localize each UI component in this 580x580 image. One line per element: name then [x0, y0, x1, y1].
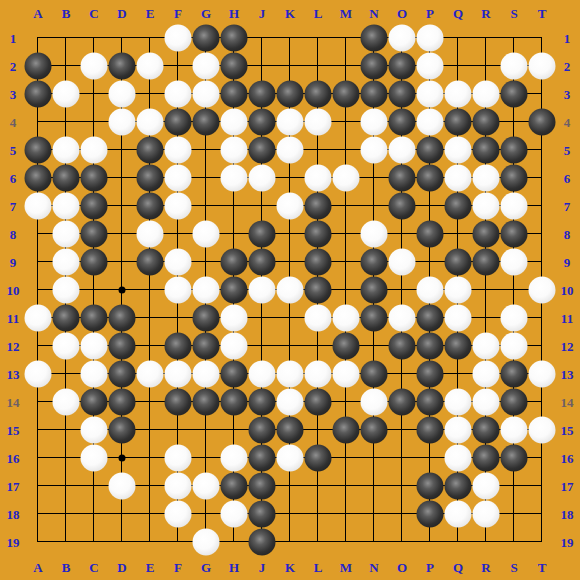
white-stone-E13: ○ — [137, 361, 164, 388]
black-stone-S3: ● — [501, 81, 528, 108]
black-stone-Q17: ● — [445, 473, 472, 500]
white-stone-F1: ○ — [165, 25, 192, 52]
white-stone-F9: ○ — [165, 249, 192, 276]
row-label-left-1: 1 — [10, 32, 17, 45]
black-stone-J16: ● — [249, 445, 276, 472]
white-stone-F16: ○ — [165, 445, 192, 472]
black-stone-E5: ● — [137, 137, 164, 164]
black-stone-D13: ● — [109, 361, 136, 388]
col-label-bottom-T: T — [538, 561, 547, 574]
col-label-top-K: K — [285, 7, 295, 20]
black-stone-S5: ● — [501, 137, 528, 164]
white-stone-B8: ○ — [53, 221, 80, 248]
black-stone-P5: ● — [417, 137, 444, 164]
white-stone-D4: ○ — [109, 109, 136, 136]
black-stone-N1: ● — [361, 25, 388, 52]
black-stone-B11: ● — [53, 305, 80, 332]
black-stone-J8: ● — [249, 221, 276, 248]
black-stone-D12: ● — [109, 333, 136, 360]
black-stone-N13: ● — [361, 361, 388, 388]
col-label-bottom-R: R — [481, 561, 490, 574]
black-stone-L7: ● — [305, 193, 332, 220]
col-label-top-Q: Q — [453, 7, 463, 20]
col-label-top-M: M — [340, 7, 352, 20]
white-stone-Q10: ○ — [445, 277, 472, 304]
black-stone-J19: ● — [249, 529, 276, 556]
black-stone-H9: ● — [221, 249, 248, 276]
black-stone-D15: ● — [109, 417, 136, 444]
white-stone-O1: ○ — [389, 25, 416, 52]
col-label-bottom-S: S — [510, 561, 517, 574]
white-stone-B12: ○ — [53, 333, 80, 360]
black-stone-H10: ● — [221, 277, 248, 304]
white-stone-F10: ○ — [165, 277, 192, 304]
white-stone-R18: ○ — [473, 501, 500, 528]
white-stone-C16: ○ — [81, 445, 108, 472]
black-stone-A3: ● — [25, 81, 52, 108]
white-stone-C2: ○ — [81, 53, 108, 80]
row-label-left-14: 14 — [7, 396, 20, 409]
black-stone-C9: ● — [81, 249, 108, 276]
black-stone-P8: ● — [417, 221, 444, 248]
black-stone-N15: ● — [361, 417, 388, 444]
black-stone-C14: ● — [81, 389, 108, 416]
white-stone-Q16: ○ — [445, 445, 472, 472]
row-label-left-3: 3 — [10, 88, 17, 101]
col-label-bottom-F: F — [174, 561, 182, 574]
white-stone-Q14: ○ — [445, 389, 472, 416]
row-label-left-4: 4 — [10, 116, 17, 129]
black-stone-F12: ● — [165, 333, 192, 360]
white-stone-K16: ○ — [277, 445, 304, 472]
white-stone-G19: ○ — [193, 529, 220, 556]
white-stone-J10: ○ — [249, 277, 276, 304]
row-label-right-6: 6 — [564, 172, 571, 185]
col-label-top-R: R — [481, 7, 490, 20]
black-stone-H13: ● — [221, 361, 248, 388]
white-stone-G13: ○ — [193, 361, 220, 388]
white-stone-G8: ○ — [193, 221, 220, 248]
black-stone-J18: ● — [249, 501, 276, 528]
black-stone-Q7: ● — [445, 193, 472, 220]
white-stone-S12: ○ — [501, 333, 528, 360]
col-label-top-N: N — [369, 7, 378, 20]
white-stone-K14: ○ — [277, 389, 304, 416]
col-label-bottom-O: O — [397, 561, 407, 574]
black-stone-G1: ● — [193, 25, 220, 52]
white-stone-H18: ○ — [221, 501, 248, 528]
row-label-left-12: 12 — [7, 340, 20, 353]
black-stone-S13: ● — [501, 361, 528, 388]
col-label-bottom-H: H — [229, 561, 239, 574]
col-label-bottom-E: E — [146, 561, 155, 574]
black-stone-L14: ● — [305, 389, 332, 416]
white-stone-A13: ○ — [25, 361, 52, 388]
white-stone-D17: ○ — [109, 473, 136, 500]
col-label-top-E: E — [146, 7, 155, 20]
white-stone-Q15: ○ — [445, 417, 472, 444]
white-stone-B9: ○ — [53, 249, 80, 276]
white-stone-P4: ○ — [417, 109, 444, 136]
black-stone-P18: ● — [417, 501, 444, 528]
black-stone-F14: ● — [165, 389, 192, 416]
row-label-right-8: 8 — [564, 228, 571, 241]
white-stone-E4: ○ — [137, 109, 164, 136]
white-stone-N4: ○ — [361, 109, 388, 136]
row-label-right-1: 1 — [564, 32, 571, 45]
white-stone-H16: ○ — [221, 445, 248, 472]
black-stone-J17: ● — [249, 473, 276, 500]
row-label-left-18: 18 — [7, 508, 20, 521]
row-label-left-6: 6 — [10, 172, 17, 185]
white-stone-C15: ○ — [81, 417, 108, 444]
white-stone-F17: ○ — [165, 473, 192, 500]
black-stone-H3: ● — [221, 81, 248, 108]
black-stone-S8: ● — [501, 221, 528, 248]
col-label-top-D: D — [117, 7, 126, 20]
black-stone-M12: ● — [333, 333, 360, 360]
black-stone-H1: ● — [221, 25, 248, 52]
white-stone-B7: ○ — [53, 193, 80, 220]
black-stone-D2: ● — [109, 53, 136, 80]
white-stone-G10: ○ — [193, 277, 220, 304]
row-label-left-10: 10 — [7, 284, 20, 297]
black-stone-J14: ● — [249, 389, 276, 416]
black-stone-R5: ● — [473, 137, 500, 164]
black-stone-A2: ● — [25, 53, 52, 80]
black-stone-M3: ● — [333, 81, 360, 108]
row-label-left-19: 19 — [7, 536, 20, 549]
black-stone-H17: ● — [221, 473, 248, 500]
black-stone-T4: ● — [529, 109, 556, 136]
col-label-top-H: H — [229, 7, 239, 20]
row-label-left-17: 17 — [7, 480, 20, 493]
col-label-top-C: C — [89, 7, 98, 20]
black-stone-C8: ● — [81, 221, 108, 248]
white-stone-M13: ○ — [333, 361, 360, 388]
black-stone-F4: ● — [165, 109, 192, 136]
black-stone-E7: ● — [137, 193, 164, 220]
row-label-left-5: 5 — [10, 144, 17, 157]
white-stone-Q11: ○ — [445, 305, 472, 332]
row-label-right-2: 2 — [564, 60, 571, 73]
black-stone-P14: ● — [417, 389, 444, 416]
black-stone-P17: ● — [417, 473, 444, 500]
white-stone-C12: ○ — [81, 333, 108, 360]
col-label-top-A: A — [33, 7, 42, 20]
white-stone-K7: ○ — [277, 193, 304, 220]
black-stone-C11: ● — [81, 305, 108, 332]
white-stone-G3: ○ — [193, 81, 220, 108]
black-stone-O7: ● — [389, 193, 416, 220]
white-stone-H12: ○ — [221, 333, 248, 360]
row-label-left-16: 16 — [7, 452, 20, 465]
white-stone-C13: ○ — [81, 361, 108, 388]
row-label-right-18: 18 — [561, 508, 574, 521]
row-label-left-13: 13 — [7, 368, 20, 381]
white-stone-R17: ○ — [473, 473, 500, 500]
white-stone-Q3: ○ — [445, 81, 472, 108]
col-label-bottom-D: D — [117, 561, 126, 574]
white-stone-R13: ○ — [473, 361, 500, 388]
star-point-D10 — [119, 287, 126, 294]
row-label-left-8: 8 — [10, 228, 17, 241]
black-stone-G11: ● — [193, 305, 220, 332]
row-label-right-12: 12 — [561, 340, 574, 353]
black-stone-C6: ● — [81, 165, 108, 192]
white-stone-A7: ○ — [25, 193, 52, 220]
white-stone-N8: ○ — [361, 221, 388, 248]
col-label-bottom-G: G — [201, 561, 211, 574]
white-stone-H6: ○ — [221, 165, 248, 192]
row-label-right-16: 16 — [561, 452, 574, 465]
black-stone-S16: ● — [501, 445, 528, 472]
col-label-top-J: J — [259, 7, 266, 20]
black-stone-R16: ● — [473, 445, 500, 472]
black-stone-J9: ● — [249, 249, 276, 276]
row-label-right-5: 5 — [564, 144, 571, 157]
row-label-right-7: 7 — [564, 200, 571, 213]
col-label-bottom-P: P — [426, 561, 434, 574]
white-stone-F3: ○ — [165, 81, 192, 108]
col-label-top-O: O — [397, 7, 407, 20]
white-stone-P10: ○ — [417, 277, 444, 304]
black-stone-Q12: ● — [445, 333, 472, 360]
white-stone-F18: ○ — [165, 501, 192, 528]
black-stone-R8: ● — [473, 221, 500, 248]
col-label-bottom-A: A — [33, 561, 42, 574]
col-label-top-S: S — [510, 7, 517, 20]
white-stone-B10: ○ — [53, 277, 80, 304]
black-stone-O2: ● — [389, 53, 416, 80]
white-stone-K4: ○ — [277, 109, 304, 136]
black-stone-A6: ● — [25, 165, 52, 192]
white-stone-H5: ○ — [221, 137, 248, 164]
white-stone-H11: ○ — [221, 305, 248, 332]
black-stone-S14: ● — [501, 389, 528, 416]
white-stone-F6: ○ — [165, 165, 192, 192]
black-stone-N10: ● — [361, 277, 388, 304]
black-stone-E6: ● — [137, 165, 164, 192]
black-stone-J4: ● — [249, 109, 276, 136]
white-stone-Q18: ○ — [445, 501, 472, 528]
black-stone-O4: ● — [389, 109, 416, 136]
white-stone-S9: ○ — [501, 249, 528, 276]
white-stone-Q6: ○ — [445, 165, 472, 192]
black-stone-O3: ● — [389, 81, 416, 108]
black-stone-O14: ● — [389, 389, 416, 416]
white-stone-S2: ○ — [501, 53, 528, 80]
black-stone-P12: ● — [417, 333, 444, 360]
white-stone-S15: ○ — [501, 417, 528, 444]
black-stone-G12: ● — [193, 333, 220, 360]
white-stone-L4: ○ — [305, 109, 332, 136]
black-stone-M15: ● — [333, 417, 360, 444]
row-label-right-11: 11 — [561, 312, 573, 325]
black-stone-L9: ● — [305, 249, 332, 276]
black-stone-G4: ● — [193, 109, 220, 136]
white-stone-F7: ○ — [165, 193, 192, 220]
go-board[interactable]: ○●●●○○●○●○○●●●○○○●○○○○●●●●●●●○○○●○○●●○●○… — [0, 0, 580, 580]
row-label-right-17: 17 — [561, 480, 574, 493]
black-stone-D14: ● — [109, 389, 136, 416]
white-stone-S7: ○ — [501, 193, 528, 220]
white-stone-B3: ○ — [53, 81, 80, 108]
white-stone-B14: ○ — [53, 389, 80, 416]
col-label-top-T: T — [538, 7, 547, 20]
col-label-bottom-N: N — [369, 561, 378, 574]
col-label-bottom-Q: Q — [453, 561, 463, 574]
white-stone-O5: ○ — [389, 137, 416, 164]
white-stone-J13: ○ — [249, 361, 276, 388]
white-stone-D3: ○ — [109, 81, 136, 108]
white-stone-F5: ○ — [165, 137, 192, 164]
white-stone-T10: ○ — [529, 277, 556, 304]
white-stone-L6: ○ — [305, 165, 332, 192]
white-stone-H4: ○ — [221, 109, 248, 136]
white-stone-P2: ○ — [417, 53, 444, 80]
row-label-right-19: 19 — [561, 536, 574, 549]
black-stone-N11: ● — [361, 305, 388, 332]
white-stone-N14: ○ — [361, 389, 388, 416]
black-stone-O12: ● — [389, 333, 416, 360]
row-label-left-7: 7 — [10, 200, 17, 213]
row-label-left-9: 9 — [10, 256, 17, 269]
white-stone-K5: ○ — [277, 137, 304, 164]
black-stone-S6: ● — [501, 165, 528, 192]
col-label-bottom-L: L — [314, 561, 323, 574]
white-stone-B5: ○ — [53, 137, 80, 164]
row-label-left-2: 2 — [10, 60, 17, 73]
black-stone-Q9: ● — [445, 249, 472, 276]
black-stone-P15: ● — [417, 417, 444, 444]
white-stone-O9: ○ — [389, 249, 416, 276]
row-label-right-9: 9 — [564, 256, 571, 269]
black-stone-G14: ● — [193, 389, 220, 416]
black-stone-P6: ● — [417, 165, 444, 192]
black-stone-R9: ● — [473, 249, 500, 276]
black-stone-Q4: ● — [445, 109, 472, 136]
white-stone-A11: ○ — [25, 305, 52, 332]
black-stone-E9: ● — [137, 249, 164, 276]
white-stone-G2: ○ — [193, 53, 220, 80]
black-stone-R15: ● — [473, 417, 500, 444]
white-stone-E2: ○ — [137, 53, 164, 80]
black-stone-J3: ● — [249, 81, 276, 108]
black-stone-H14: ● — [221, 389, 248, 416]
black-stone-O6: ● — [389, 165, 416, 192]
white-stone-T2: ○ — [529, 53, 556, 80]
white-stone-M6: ○ — [333, 165, 360, 192]
star-point-D16 — [119, 455, 126, 462]
white-stone-M11: ○ — [333, 305, 360, 332]
white-stone-G17: ○ — [193, 473, 220, 500]
white-stone-Q5: ○ — [445, 137, 472, 164]
row-label-left-15: 15 — [7, 424, 20, 437]
col-label-bottom-M: M — [340, 561, 352, 574]
row-label-right-3: 3 — [564, 88, 571, 101]
col-label-bottom-C: C — [89, 561, 98, 574]
row-label-right-4: 4 — [564, 116, 571, 129]
col-label-top-F: F — [174, 7, 182, 20]
col-label-bottom-J: J — [259, 561, 266, 574]
black-stone-C7: ● — [81, 193, 108, 220]
white-stone-R6: ○ — [473, 165, 500, 192]
black-stone-K3: ● — [277, 81, 304, 108]
col-label-top-G: G — [201, 7, 211, 20]
row-label-right-15: 15 — [561, 424, 574, 437]
white-stone-K10: ○ — [277, 277, 304, 304]
black-stone-J15: ● — [249, 417, 276, 444]
row-label-left-11: 11 — [7, 312, 19, 325]
col-label-top-L: L — [314, 7, 323, 20]
black-stone-L16: ● — [305, 445, 332, 472]
white-stone-R12: ○ — [473, 333, 500, 360]
white-stone-R14: ○ — [473, 389, 500, 416]
black-stone-H2: ● — [221, 53, 248, 80]
col-label-top-P: P — [426, 7, 434, 20]
black-stone-R4: ● — [473, 109, 500, 136]
row-label-right-10: 10 — [561, 284, 574, 297]
white-stone-R7: ○ — [473, 193, 500, 220]
black-stone-N2: ● — [361, 53, 388, 80]
col-label-top-B: B — [62, 7, 71, 20]
black-stone-A5: ● — [25, 137, 52, 164]
white-stone-O11: ○ — [389, 305, 416, 332]
white-stone-T13: ○ — [529, 361, 556, 388]
white-stone-L13: ○ — [305, 361, 332, 388]
white-stone-P1: ○ — [417, 25, 444, 52]
white-stone-J6: ○ — [249, 165, 276, 192]
white-stone-K13: ○ — [277, 361, 304, 388]
white-stone-R3: ○ — [473, 81, 500, 108]
black-stone-P11: ● — [417, 305, 444, 332]
black-stone-D11: ● — [109, 305, 136, 332]
black-stone-L8: ● — [305, 221, 332, 248]
col-label-bottom-K: K — [285, 561, 295, 574]
white-stone-C5: ○ — [81, 137, 108, 164]
row-label-right-13: 13 — [561, 368, 574, 381]
white-stone-E8: ○ — [137, 221, 164, 248]
black-stone-P13: ● — [417, 361, 444, 388]
row-label-right-14: 14 — [561, 396, 574, 409]
white-stone-F13: ○ — [165, 361, 192, 388]
black-stone-B6: ● — [53, 165, 80, 192]
white-stone-P3: ○ — [417, 81, 444, 108]
black-stone-L3: ● — [305, 81, 332, 108]
black-stone-L10: ● — [305, 277, 332, 304]
black-stone-J5: ● — [249, 137, 276, 164]
col-label-bottom-B: B — [62, 561, 71, 574]
white-stone-N5: ○ — [361, 137, 388, 164]
black-stone-K15: ● — [277, 417, 304, 444]
white-stone-S11: ○ — [501, 305, 528, 332]
black-stone-N3: ● — [361, 81, 388, 108]
white-stone-T15: ○ — [529, 417, 556, 444]
black-stone-N9: ● — [361, 249, 388, 276]
white-stone-L11: ○ — [305, 305, 332, 332]
